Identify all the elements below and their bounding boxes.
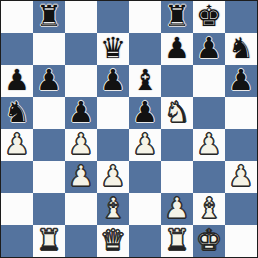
square-b8[interactable]: ♜ (33, 1, 65, 33)
square-d2[interactable]: ♝ (97, 193, 129, 225)
square-h8[interactable] (225, 1, 257, 33)
square-d3[interactable]: ♟ (97, 161, 129, 193)
square-g7[interactable]: ♟ (193, 33, 225, 65)
square-b5[interactable] (33, 97, 65, 129)
square-a8[interactable] (1, 1, 33, 33)
piece-white-pawn[interactable]: ♟ (164, 192, 190, 224)
square-d8[interactable] (97, 1, 129, 33)
square-g4[interactable]: ♟ (193, 129, 225, 161)
square-g3[interactable] (193, 161, 225, 193)
square-g5[interactable] (193, 97, 225, 129)
chess-board: ♜♜♚♛♟♟♞♟♟♟♝♟♞♟♟♞♟♟♟♟♟♟♟♝♟♝♜♛♜♚ (1, 1, 257, 257)
piece-white-bishop[interactable]: ♝ (100, 192, 126, 224)
square-e1[interactable] (129, 225, 161, 257)
square-h1[interactable] (225, 225, 257, 257)
piece-white-queen[interactable]: ♛ (100, 224, 126, 256)
square-h2[interactable] (225, 193, 257, 225)
square-g2[interactable]: ♝ (193, 193, 225, 225)
square-b6[interactable]: ♟ (33, 65, 65, 97)
piece-white-pawn[interactable]: ♟ (68, 160, 94, 192)
piece-white-pawn[interactable]: ♟ (100, 160, 126, 192)
square-g8[interactable]: ♚ (193, 1, 225, 33)
square-g6[interactable] (193, 65, 225, 97)
square-d6[interactable]: ♟ (97, 65, 129, 97)
square-f5[interactable]: ♞ (161, 97, 193, 129)
square-a2[interactable] (1, 193, 33, 225)
square-a4[interactable]: ♟ (1, 129, 33, 161)
square-b4[interactable] (33, 129, 65, 161)
piece-white-knight[interactable]: ♞ (164, 96, 190, 128)
piece-black-pawn[interactable]: ♟ (132, 96, 158, 128)
chess-board-frame: ♜♜♚♛♟♟♞♟♟♟♝♟♞♟♟♞♟♟♟♟♟♟♟♝♟♝♜♛♜♚ (0, 0, 258, 258)
square-e2[interactable] (129, 193, 161, 225)
square-e3[interactable] (129, 161, 161, 193)
square-a7[interactable] (1, 33, 33, 65)
piece-white-bishop[interactable]: ♝ (196, 192, 222, 224)
piece-white-pawn[interactable]: ♟ (196, 128, 222, 160)
square-c8[interactable] (65, 1, 97, 33)
piece-black-bishop[interactable]: ♝ (132, 64, 158, 96)
piece-black-pawn[interactable]: ♟ (164, 32, 190, 64)
piece-white-pawn[interactable]: ♟ (228, 160, 254, 192)
square-e7[interactable] (129, 33, 161, 65)
piece-white-pawn[interactable]: ♟ (132, 128, 158, 160)
piece-white-king[interactable]: ♚ (196, 224, 222, 256)
square-f8[interactable]: ♜ (161, 1, 193, 33)
square-a6[interactable]: ♟ (1, 65, 33, 97)
piece-black-pawn[interactable]: ♟ (196, 32, 222, 64)
piece-black-knight[interactable]: ♞ (228, 32, 254, 64)
square-b3[interactable] (33, 161, 65, 193)
square-c1[interactable] (65, 225, 97, 257)
piece-black-pawn[interactable]: ♟ (228, 64, 254, 96)
piece-white-rook[interactable]: ♜ (164, 224, 190, 256)
piece-black-pawn[interactable]: ♟ (36, 64, 62, 96)
square-d1[interactable]: ♛ (97, 225, 129, 257)
square-c7[interactable] (65, 33, 97, 65)
square-f2[interactable]: ♟ (161, 193, 193, 225)
square-f1[interactable]: ♜ (161, 225, 193, 257)
square-a1[interactable] (1, 225, 33, 257)
square-a3[interactable] (1, 161, 33, 193)
square-h6[interactable]: ♟ (225, 65, 257, 97)
piece-black-rook[interactable]: ♜ (36, 0, 62, 32)
square-c2[interactable] (65, 193, 97, 225)
square-h4[interactable] (225, 129, 257, 161)
square-h7[interactable]: ♞ (225, 33, 257, 65)
square-g1[interactable]: ♚ (193, 225, 225, 257)
square-c6[interactable] (65, 65, 97, 97)
square-f3[interactable] (161, 161, 193, 193)
piece-white-pawn[interactable]: ♟ (68, 128, 94, 160)
piece-black-rook[interactable]: ♜ (164, 0, 190, 32)
piece-black-king[interactable]: ♚ (196, 0, 222, 32)
square-d5[interactable] (97, 97, 129, 129)
square-h5[interactable] (225, 97, 257, 129)
square-e4[interactable]: ♟ (129, 129, 161, 161)
piece-black-pawn[interactable]: ♟ (68, 96, 94, 128)
square-h3[interactable]: ♟ (225, 161, 257, 193)
square-c4[interactable]: ♟ (65, 129, 97, 161)
square-f6[interactable] (161, 65, 193, 97)
square-e6[interactable]: ♝ (129, 65, 161, 97)
square-c5[interactable]: ♟ (65, 97, 97, 129)
square-b1[interactable]: ♜ (33, 225, 65, 257)
square-b7[interactable] (33, 33, 65, 65)
square-e5[interactable]: ♟ (129, 97, 161, 129)
piece-black-pawn[interactable]: ♟ (100, 64, 126, 96)
square-b2[interactable] (33, 193, 65, 225)
square-f4[interactable] (161, 129, 193, 161)
square-d7[interactable]: ♛ (97, 33, 129, 65)
square-f7[interactable]: ♟ (161, 33, 193, 65)
piece-black-pawn[interactable]: ♟ (4, 64, 30, 96)
piece-white-rook[interactable]: ♜ (36, 224, 62, 256)
square-c3[interactable]: ♟ (65, 161, 97, 193)
piece-white-pawn[interactable]: ♟ (4, 128, 30, 160)
square-d4[interactable] (97, 129, 129, 161)
piece-black-queen[interactable]: ♛ (100, 32, 126, 64)
square-e8[interactable] (129, 1, 161, 33)
square-a5[interactable]: ♞ (1, 97, 33, 129)
piece-black-knight[interactable]: ♞ (4, 96, 30, 128)
